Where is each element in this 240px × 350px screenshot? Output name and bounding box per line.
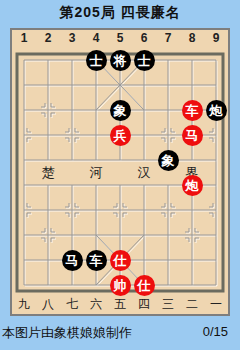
file-label: 三 bbox=[160, 296, 176, 313]
file-label: 五 bbox=[112, 296, 128, 313]
board-panel: 123456789 楚河汉界 士将士象车炮兵马象炮马车仕帅仕 九八七六五四三二一 bbox=[10, 28, 230, 316]
red-advisor-piece[interactable]: 仕 bbox=[110, 250, 131, 271]
black-horse-piece[interactable]: 马 bbox=[62, 250, 83, 271]
red-cannon-piece[interactable]: 炮 bbox=[182, 175, 203, 196]
red-soldier-piece[interactable]: 兵 bbox=[110, 125, 131, 146]
credit-text: 本图片由象棋娘娘制作 bbox=[2, 324, 132, 342]
red-horse-piece[interactable]: 马 bbox=[182, 125, 203, 146]
file-label: 六 bbox=[88, 296, 104, 313]
file-label: 四 bbox=[136, 296, 152, 313]
app-window: 第205局 四畏廉名 123456789 楚河汉界 士将士象车炮兵马象炮马车仕帅… bbox=[0, 0, 240, 350]
pieces-layer: 士将士象车炮兵马象炮马车仕帅仕 bbox=[12, 48, 228, 298]
file-label: 一 bbox=[208, 296, 224, 313]
file-label: 七 bbox=[64, 296, 80, 313]
file-label: 八 bbox=[40, 296, 56, 313]
red-chariot-piece[interactable]: 车 bbox=[182, 100, 203, 121]
black-chariot-piece[interactable]: 车 bbox=[86, 250, 107, 271]
black-cannon-piece[interactable]: 炮 bbox=[206, 100, 227, 121]
move-counter: 0/15 bbox=[203, 324, 228, 339]
red-general-piece[interactable]: 帅 bbox=[110, 275, 131, 296]
footer-bar: 本图片由象棋娘娘制作 0/15 bbox=[0, 322, 240, 342]
file-label: 九 bbox=[16, 296, 32, 313]
red-advisor-piece[interactable]: 仕 bbox=[134, 275, 155, 296]
black-general-piece[interactable]: 将 bbox=[110, 50, 131, 71]
black-elephant-piece[interactable]: 象 bbox=[158, 150, 179, 171]
black-advisor-piece[interactable]: 士 bbox=[86, 50, 107, 71]
black-advisor-piece[interactable]: 士 bbox=[134, 50, 155, 71]
black-elephant-piece[interactable]: 象 bbox=[110, 100, 131, 121]
file-label: 二 bbox=[184, 296, 200, 313]
page-title: 第205局 四畏廉名 bbox=[0, 4, 240, 22]
